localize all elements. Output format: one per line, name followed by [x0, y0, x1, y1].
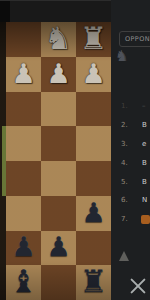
square-a6[interactable]: ♟ [76, 196, 111, 231]
app-window: ♞♜♟♟♟♟♟♟♝♜ OPPONENT ♞ 1.–2.B3.e4.B5.B6.N… [0, 0, 150, 300]
move-san[interactable]: B [142, 159, 147, 167]
piece-white-pawn: ♟ [46, 60, 70, 87]
move-number: 6. [121, 196, 138, 204]
move-row: 4.B [111, 153, 150, 172]
square-a8[interactable]: ♜ [76, 265, 111, 300]
square-b8[interactable] [41, 265, 76, 300]
move-number: 7. [121, 215, 137, 223]
chess-board[interactable]: ♞♜♟♟♟♟♟♟♝♜ [0, 22, 111, 300]
square-b1[interactable]: ♞ [41, 22, 76, 57]
move-number: 2. [121, 121, 138, 129]
current-move-highlight[interactable] [141, 215, 150, 224]
move-row: 6.N [111, 191, 150, 210]
square-a1[interactable]: ♜ [76, 22, 111, 57]
move-row: 2.B [111, 116, 150, 135]
move-row: 1.– [111, 97, 150, 116]
move-number: 1. [121, 102, 138, 110]
move-number: 3. [121, 140, 138, 148]
square-b5[interactable] [41, 161, 76, 196]
square-c4[interactable] [6, 126, 41, 161]
square-b3[interactable] [41, 92, 76, 127]
square-b4[interactable] [41, 126, 76, 161]
move-san[interactable]: B [142, 178, 147, 186]
move-row: 3.e [111, 135, 150, 154]
sidebar: OPPONENT ♞ 1.–2.B3.e4.B5.B6.N7. [111, 0, 150, 300]
square-a4[interactable] [76, 126, 111, 161]
square-c2[interactable]: ♟ [6, 57, 41, 92]
move-list[interactable]: 1.–2.B3.e4.B5.B6.N7. [111, 97, 150, 229]
square-a5[interactable] [76, 161, 111, 196]
square-b7[interactable]: ♟ [41, 231, 76, 266]
piece-black-pawn: ♟ [11, 233, 35, 260]
square-c3[interactable] [6, 92, 41, 127]
square-c1[interactable] [6, 22, 41, 57]
square-c6[interactable] [6, 196, 41, 231]
square-b2[interactable]: ♟ [41, 57, 76, 92]
piece-black-bishop: ♝ [10, 266, 38, 297]
move-row: 5.B [111, 172, 150, 191]
close-icon[interactable] [129, 277, 147, 295]
piece-black-pawn: ♟ [46, 233, 70, 260]
triangle-icon[interactable] [119, 251, 129, 261]
piece-black-rook: ♜ [80, 266, 108, 297]
piece-white-knight: ♞ [45, 23, 73, 54]
move-row: 7. [111, 210, 150, 229]
piece-white-pawn: ♟ [11, 60, 35, 87]
square-a2[interactable]: ♟ [76, 57, 111, 92]
square-c5[interactable] [6, 161, 41, 196]
move-san[interactable]: – [142, 102, 146, 110]
top-bar-left-segment [0, 1, 10, 23]
square-a7[interactable] [76, 231, 111, 266]
opponent-label: OPPONENT [119, 31, 150, 47]
move-san[interactable]: B [142, 121, 147, 129]
square-c8[interactable]: ♝ [6, 265, 41, 300]
move-number: 4. [121, 159, 138, 167]
move-san[interactable]: e [142, 140, 146, 148]
move-number: 5. [121, 178, 138, 186]
piece-white-rook: ♜ [80, 23, 108, 54]
move-san[interactable]: N [142, 196, 147, 204]
square-a3[interactable] [76, 92, 111, 127]
square-c7[interactable]: ♟ [6, 231, 41, 266]
piece-white-pawn: ♟ [81, 60, 105, 87]
knight-icon: ♞ [115, 49, 128, 64]
piece-black-pawn: ♟ [81, 199, 105, 226]
square-b6[interactable] [41, 196, 76, 231]
